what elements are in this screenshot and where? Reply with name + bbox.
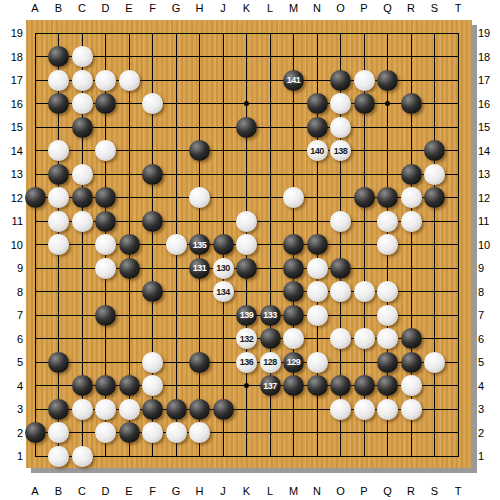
row-label-right-7: 7: [478, 308, 500, 322]
column-label-top-N: N: [308, 1, 326, 15]
black-stone-J10: [213, 234, 234, 255]
move-number-label: 132: [236, 328, 257, 349]
white-stone-M6: [283, 328, 304, 349]
white-stone-O11: [330, 211, 351, 232]
white-stone-P6: [354, 328, 375, 349]
white-stone-C3: [72, 399, 93, 420]
white-stone-D10: [95, 234, 116, 255]
move-number-label: 130: [213, 258, 234, 279]
black-stone-N15: [307, 117, 328, 138]
black-stone-E10: [119, 234, 140, 255]
row-label-left-12: 12: [1, 191, 23, 205]
black-stone-L4-move-137: 137: [260, 375, 281, 396]
white-stone-E3: [119, 399, 140, 420]
move-number-label: 136: [236, 352, 257, 373]
column-label-top-A: A: [26, 1, 44, 15]
black-stone-K7-move-139: 139: [236, 305, 257, 326]
row-label-right-12: 12: [478, 191, 500, 205]
black-stone-O9: [330, 258, 351, 279]
white-stone-B14: [48, 140, 69, 161]
column-label-bottom-K: K: [238, 484, 256, 498]
row-label-left-19: 19: [1, 26, 23, 40]
grid-line-horizontal: [35, 456, 459, 457]
column-label-top-E: E: [120, 1, 138, 15]
black-stone-H5: [189, 352, 210, 373]
move-number-label: 134: [213, 281, 234, 302]
row-label-left-8: 8: [1, 285, 23, 299]
black-stone-H9-move-131: 131: [189, 258, 210, 279]
white-stone-F16: [142, 93, 163, 114]
white-stone-K11: [236, 211, 257, 232]
white-stone-E17: [119, 70, 140, 91]
black-stone-C15: [72, 117, 93, 138]
white-stone-N5: [307, 352, 328, 373]
column-label-bottom-B: B: [50, 484, 68, 498]
white-stone-B2: [48, 422, 69, 443]
white-stone-D17: [95, 70, 116, 91]
black-stone-C4: [72, 375, 93, 396]
column-label-bottom-N: N: [308, 484, 326, 498]
black-stone-D7: [95, 305, 116, 326]
black-stone-F13: [142, 164, 163, 185]
column-label-top-H: H: [191, 1, 209, 15]
row-label-right-5: 5: [478, 355, 500, 369]
column-label-top-T: T: [449, 1, 467, 15]
black-stone-A2: [25, 422, 46, 443]
row-label-right-13: 13: [478, 167, 500, 181]
white-stone-K6-move-132: 132: [236, 328, 257, 349]
row-label-right-6: 6: [478, 332, 500, 346]
black-stone-B16: [48, 93, 69, 114]
black-stone-P4: [354, 375, 375, 396]
row-label-left-18: 18: [1, 50, 23, 64]
black-stone-O4: [330, 375, 351, 396]
black-stone-R16: [401, 93, 422, 114]
black-stone-J3: [213, 399, 234, 420]
black-stone-M7: [283, 305, 304, 326]
column-label-top-O: O: [332, 1, 350, 15]
row-label-right-14: 14: [478, 144, 500, 158]
row-label-right-1: 1: [478, 449, 500, 463]
row-label-left-15: 15: [1, 120, 23, 134]
black-stone-N4: [307, 375, 328, 396]
black-stone-S12: [424, 187, 445, 208]
white-stone-D2: [95, 422, 116, 443]
column-label-bottom-H: H: [191, 484, 209, 498]
black-stone-H10-move-135: 135: [189, 234, 210, 255]
black-stone-G3: [166, 399, 187, 420]
white-stone-N14-move-140: 140: [307, 140, 328, 161]
row-label-right-18: 18: [478, 50, 500, 64]
move-number-label: 135: [189, 234, 210, 255]
row-label-left-13: 13: [1, 167, 23, 181]
row-label-left-4: 4: [1, 379, 23, 393]
column-label-bottom-R: R: [402, 484, 420, 498]
row-label-right-8: 8: [478, 285, 500, 299]
white-stone-C11: [72, 211, 93, 232]
row-label-right-16: 16: [478, 97, 500, 111]
black-stone-E4: [119, 375, 140, 396]
row-label-left-11: 11: [1, 214, 23, 228]
column-label-top-G: G: [167, 1, 185, 15]
column-label-bottom-L: L: [261, 484, 279, 498]
black-stone-R13: [401, 164, 422, 185]
black-stone-F11: [142, 211, 163, 232]
black-stone-L6: [260, 328, 281, 349]
black-stone-M4: [283, 375, 304, 396]
black-stone-M9: [283, 258, 304, 279]
white-stone-Q8: [377, 281, 398, 302]
black-stone-F8: [142, 281, 163, 302]
black-stone-P16: [354, 93, 375, 114]
white-stone-F4: [142, 375, 163, 396]
white-stone-S13: [424, 164, 445, 185]
white-stone-O3: [330, 399, 351, 420]
black-stone-C12: [72, 187, 93, 208]
black-stone-M17-move-141: 141: [283, 70, 304, 91]
white-stone-P17: [354, 70, 375, 91]
row-label-right-17: 17: [478, 73, 500, 87]
black-stone-H14: [189, 140, 210, 161]
move-number-label: 128: [260, 352, 281, 373]
white-stone-Q3: [377, 399, 398, 420]
row-label-left-10: 10: [1, 238, 23, 252]
white-stone-Q10: [377, 234, 398, 255]
white-stone-S5: [424, 352, 445, 373]
star-point: [244, 383, 249, 388]
black-stone-K15: [236, 117, 257, 138]
white-stone-Q7: [377, 305, 398, 326]
white-stone-B11: [48, 211, 69, 232]
white-stone-N9: [307, 258, 328, 279]
white-stone-P3: [354, 399, 375, 420]
column-label-bottom-O: O: [332, 484, 350, 498]
row-label-right-15: 15: [478, 120, 500, 134]
black-stone-B3: [48, 399, 69, 420]
column-label-top-Q: Q: [379, 1, 397, 15]
column-label-top-B: B: [50, 1, 68, 15]
column-label-top-L: L: [261, 1, 279, 15]
row-label-left-17: 17: [1, 73, 23, 87]
white-stone-D9: [95, 258, 116, 279]
row-label-right-10: 10: [478, 238, 500, 252]
move-number-label: 133: [260, 305, 281, 326]
white-stone-R4: [401, 375, 422, 396]
column-label-bottom-E: E: [120, 484, 138, 498]
black-stone-M8: [283, 281, 304, 302]
black-stone-K9: [236, 258, 257, 279]
column-label-bottom-P: P: [355, 484, 373, 498]
white-stone-O14-move-138: 138: [330, 140, 351, 161]
row-label-right-3: 3: [478, 402, 500, 416]
white-stone-J9-move-130: 130: [213, 258, 234, 279]
white-stone-O8: [330, 281, 351, 302]
white-stone-G2: [166, 422, 187, 443]
black-stone-N16: [307, 93, 328, 114]
black-stone-M10: [283, 234, 304, 255]
black-stone-H3: [189, 399, 210, 420]
row-label-left-3: 3: [1, 402, 23, 416]
black-stone-B13: [48, 164, 69, 185]
row-label-right-11: 11: [478, 214, 500, 228]
row-label-right-4: 4: [478, 379, 500, 393]
row-label-right-2: 2: [478, 426, 500, 440]
white-stone-P8: [354, 281, 375, 302]
white-stone-C17: [72, 70, 93, 91]
white-stone-C1: [72, 446, 93, 467]
black-stone-R6: [401, 328, 422, 349]
black-stone-R5: [401, 352, 422, 373]
row-label-left-5: 5: [1, 355, 23, 369]
black-stone-S14: [424, 140, 445, 161]
black-stone-E9: [119, 258, 140, 279]
column-label-bottom-Q: Q: [379, 484, 397, 498]
row-label-left-1: 1: [1, 449, 23, 463]
row-label-left-9: 9: [1, 261, 23, 275]
white-stone-H2: [189, 422, 210, 443]
go-board-diagram: 1411401381351311301341391331321361281291…: [0, 0, 500, 500]
column-label-top-K: K: [238, 1, 256, 15]
white-stone-H12: [189, 187, 210, 208]
black-stone-D11: [95, 211, 116, 232]
black-stone-A12: [25, 187, 46, 208]
white-stone-Q11: [377, 211, 398, 232]
row-label-left-7: 7: [1, 308, 23, 322]
white-stone-F5: [142, 352, 163, 373]
white-stone-K5-move-136: 136: [236, 352, 257, 373]
column-label-top-S: S: [426, 1, 444, 15]
row-label-left-6: 6: [1, 332, 23, 346]
move-number-label: 140: [307, 140, 328, 161]
white-stone-R12: [401, 187, 422, 208]
white-stone-C16: [72, 93, 93, 114]
white-stone-O16: [330, 93, 351, 114]
black-stone-B5: [48, 352, 69, 373]
column-label-bottom-T: T: [449, 484, 467, 498]
white-stone-B10: [48, 234, 69, 255]
column-label-bottom-D: D: [97, 484, 115, 498]
star-point: [385, 101, 390, 106]
black-stone-B18: [48, 46, 69, 67]
black-stone-M5-move-129: 129: [283, 352, 304, 373]
white-stone-D14: [95, 140, 116, 161]
move-number-label: 138: [330, 140, 351, 161]
move-number-label: 141: [283, 70, 304, 91]
move-number-label: 131: [189, 258, 210, 279]
white-stone-B1: [48, 446, 69, 467]
grid-line-vertical: [434, 33, 435, 457]
column-label-top-M: M: [285, 1, 303, 15]
black-stone-D4: [95, 375, 116, 396]
column-label-bottom-G: G: [167, 484, 185, 498]
black-stone-D12: [95, 187, 116, 208]
white-stone-N8: [307, 281, 328, 302]
white-stone-D3: [95, 399, 116, 420]
white-stone-K10: [236, 234, 257, 255]
black-stone-L7-move-133: 133: [260, 305, 281, 326]
column-label-top-P: P: [355, 1, 373, 15]
white-stone-Q6: [377, 328, 398, 349]
white-stone-J8-move-134: 134: [213, 281, 234, 302]
white-stone-B12: [48, 187, 69, 208]
grid-line-vertical: [458, 33, 459, 457]
column-label-top-D: D: [97, 1, 115, 15]
row-label-right-19: 19: [478, 26, 500, 40]
row-label-left-16: 16: [1, 97, 23, 111]
row-label-left-2: 2: [1, 426, 23, 440]
black-stone-P12: [354, 187, 375, 208]
column-label-bottom-A: A: [26, 484, 44, 498]
row-label-left-14: 14: [1, 144, 23, 158]
black-stone-Q4: [377, 375, 398, 396]
column-label-bottom-M: M: [285, 484, 303, 498]
column-label-top-R: R: [402, 1, 420, 15]
white-stone-N7: [307, 305, 328, 326]
column-label-top-C: C: [73, 1, 91, 15]
white-stone-O15: [330, 117, 351, 138]
black-stone-N10: [307, 234, 328, 255]
black-stone-F3: [142, 399, 163, 420]
white-stone-M12: [283, 187, 304, 208]
white-stone-C18: [72, 46, 93, 67]
white-stone-B17: [48, 70, 69, 91]
column-label-bottom-C: C: [73, 484, 91, 498]
row-label-right-9: 9: [478, 261, 500, 275]
column-label-top-J: J: [214, 1, 232, 15]
black-stone-D16: [95, 93, 116, 114]
black-stone-Q17: [377, 70, 398, 91]
white-stone-R3: [401, 399, 422, 420]
white-stone-L5-move-128: 128: [260, 352, 281, 373]
move-number-label: 129: [283, 352, 304, 373]
black-stone-Q12: [377, 187, 398, 208]
white-stone-O6: [330, 328, 351, 349]
white-stone-G10: [166, 234, 187, 255]
move-number-label: 137: [260, 375, 281, 396]
black-stone-E2: [119, 422, 140, 443]
white-stone-F2: [142, 422, 163, 443]
white-stone-C13: [72, 164, 93, 185]
column-label-bottom-J: J: [214, 484, 232, 498]
column-label-top-F: F: [144, 1, 162, 15]
black-stone-O17: [330, 70, 351, 91]
black-stone-Q5: [377, 352, 398, 373]
white-stone-R11: [401, 211, 422, 232]
move-number-label: 139: [236, 305, 257, 326]
star-point: [244, 101, 249, 106]
column-label-bottom-F: F: [144, 484, 162, 498]
column-label-bottom-S: S: [426, 484, 444, 498]
